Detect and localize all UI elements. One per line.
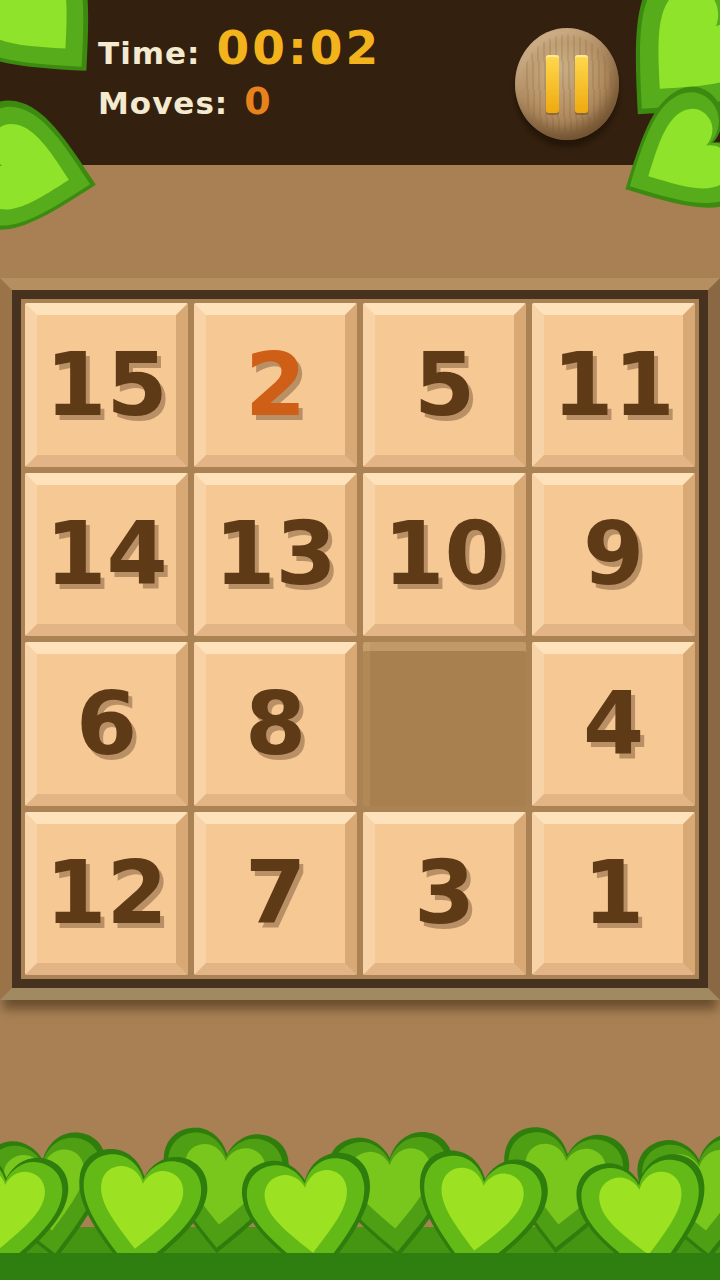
tile-number: 8 xyxy=(245,680,306,768)
tile-1[interactable]: 1 xyxy=(532,812,695,976)
moves-value: 0 xyxy=(244,79,270,123)
tile-9[interactable]: 9 xyxy=(532,473,695,637)
tile-11[interactable]: 11 xyxy=(532,303,695,467)
tile-14[interactable]: 14 xyxy=(25,473,188,637)
top-bar: Time: 00:02 Moves: 0 xyxy=(0,0,720,165)
tile-number: 6 xyxy=(76,680,137,768)
tile-number: 2 xyxy=(245,341,306,429)
time-value: 00:02 xyxy=(217,24,382,71)
tile-13[interactable]: 13 xyxy=(194,473,357,637)
tile-10[interactable]: 10 xyxy=(363,473,526,637)
tile-2[interactable]: 2 xyxy=(194,303,357,467)
puzzle-grid: 152511141310968412731 xyxy=(25,303,695,975)
pause-icon-bar xyxy=(575,55,588,113)
tile-5[interactable]: 5 xyxy=(363,303,526,467)
pause-icon xyxy=(546,55,588,113)
leaf-bush-decoration-bottom xyxy=(0,1105,720,1280)
puzzle-board: 152511141310968412731 xyxy=(0,278,720,1000)
tile-number: 5 xyxy=(414,341,475,429)
pause-icon-bar xyxy=(546,55,559,113)
tile-8[interactable]: 8 xyxy=(194,642,357,806)
empty-cell xyxy=(363,642,526,806)
tile-6[interactable]: 6 xyxy=(25,642,188,806)
tile-number: 1 xyxy=(583,849,644,937)
tile-number: 14 xyxy=(45,510,167,598)
tile-number: 9 xyxy=(583,510,644,598)
game-screen: Time: 00:02 Moves: 0 xyxy=(0,0,720,1280)
tile-number: 13 xyxy=(214,510,336,598)
tile-number: 12 xyxy=(45,849,167,937)
tile-15[interactable]: 15 xyxy=(25,303,188,467)
tile-4[interactable]: 4 xyxy=(532,642,695,806)
moves-row: Moves: 0 xyxy=(98,79,381,123)
tile-number: 7 xyxy=(245,849,306,937)
hud: Time: 00:02 Moves: 0 xyxy=(98,24,381,123)
time-label: Time: xyxy=(98,35,201,71)
tile-7[interactable]: 7 xyxy=(194,812,357,976)
moves-label: Moves: xyxy=(98,85,228,121)
tile-number: 3 xyxy=(414,849,475,937)
tile-number: 11 xyxy=(552,341,674,429)
tile-number: 15 xyxy=(45,341,167,429)
tile-3[interactable]: 3 xyxy=(363,812,526,976)
board-frame-inner: 152511141310968412731 xyxy=(12,290,708,988)
tile-12[interactable]: 12 xyxy=(25,812,188,976)
tile-number: 10 xyxy=(383,510,505,598)
tile-number: 4 xyxy=(583,680,644,768)
time-row: Time: 00:02 xyxy=(98,24,381,71)
pause-button[interactable] xyxy=(515,28,619,140)
